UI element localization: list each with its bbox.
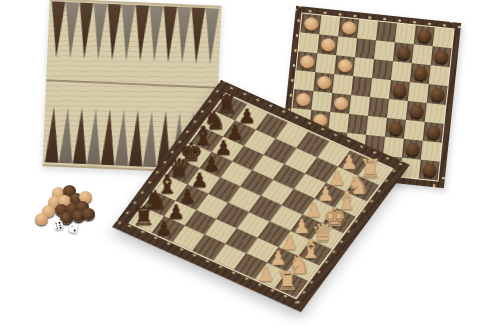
chess-piece-black-rook: ♜ <box>132 203 155 229</box>
die-showing-6 <box>53 220 64 231</box>
die-showing-2 <box>68 223 79 234</box>
checkers-square <box>425 103 446 124</box>
checkers-square <box>387 99 408 120</box>
dark-checker-piece <box>392 83 407 97</box>
backgammon-point-taupe <box>87 108 103 165</box>
dark-checker-piece <box>429 87 444 101</box>
checkers-square <box>374 40 395 61</box>
checkers-square <box>408 82 429 103</box>
checkers-square <box>429 65 450 86</box>
backgammon-point-brown <box>161 6 177 63</box>
checkers-square <box>334 55 355 76</box>
checkers-square <box>298 32 319 53</box>
backgammon-point-taupe <box>147 6 163 63</box>
dark-checker-piece <box>426 125 441 139</box>
checkers-square <box>385 118 406 139</box>
checkers-square <box>317 34 338 55</box>
checkers-square <box>330 93 351 114</box>
checkers-square <box>338 17 359 38</box>
checkers-square <box>433 27 454 48</box>
checkers-square <box>294 70 315 91</box>
checkers-square <box>393 42 414 63</box>
checkers-square <box>389 80 410 101</box>
light-checker-piece <box>333 96 348 110</box>
light-checker-piece <box>299 55 314 69</box>
backgammon-point-taupe <box>142 111 158 168</box>
dark-checker-piece <box>388 121 403 135</box>
checkers-square <box>372 59 393 80</box>
light-checker-piece <box>341 21 356 35</box>
dark-checker-piece <box>433 50 448 64</box>
dark-checker-piece <box>396 46 411 60</box>
backgammon-fold-seam <box>46 79 218 89</box>
checkers-square <box>300 13 321 34</box>
checkers-square <box>347 114 368 135</box>
backgammon-point-brown <box>101 109 117 166</box>
checkers-square <box>311 91 332 112</box>
checkers-square <box>296 51 317 72</box>
backgammon-point-brown <box>133 5 149 62</box>
checkers-square <box>421 141 442 162</box>
checkers-square <box>353 57 374 78</box>
checkers-square <box>313 72 334 93</box>
checkers-square <box>406 101 427 122</box>
checkers-square <box>414 25 435 46</box>
checkers-square <box>292 89 313 110</box>
checkers-square <box>336 36 357 57</box>
checkers-square <box>366 116 387 137</box>
dark-checker-piece <box>405 142 420 156</box>
checkers-square <box>357 19 378 40</box>
checkers-square <box>315 53 336 74</box>
light-checker-piece <box>337 58 352 72</box>
chess-piece-white-pawn: ♟ <box>257 264 275 284</box>
dark-checker-piece <box>409 104 424 118</box>
die-pip <box>56 227 58 229</box>
backgammon-point-taupe <box>175 7 191 64</box>
die-pip <box>74 230 76 232</box>
checkers-square <box>319 15 340 36</box>
backgammon-point-taupe <box>115 109 131 166</box>
die-pip <box>60 226 62 228</box>
checkers-square <box>404 120 425 141</box>
dark-checker-piece <box>417 29 432 43</box>
chess-piece-black-pawn: ♟ <box>155 218 173 238</box>
checkers-square <box>349 95 370 116</box>
backgammon-point-taupe <box>203 8 219 65</box>
backgammon-point-brown <box>189 8 205 65</box>
chess-piece-white-rook: ♜ <box>276 268 299 294</box>
dark-checker-piece <box>422 163 437 177</box>
light-checker-piece <box>295 92 310 106</box>
backgammon-point-brown <box>49 1 65 58</box>
backgammon-point-taupe <box>59 107 75 164</box>
checkers-square <box>410 63 431 84</box>
backgammon-point-brown <box>77 3 93 60</box>
backgammon-point-brown <box>73 108 89 165</box>
backgammon-point-taupe <box>63 2 79 59</box>
checkers-square <box>427 84 448 105</box>
checkers-square <box>391 61 412 82</box>
checkers-square <box>368 97 389 118</box>
light-checker-loose <box>35 213 48 225</box>
checkers-square <box>376 21 397 42</box>
backgammon-point-taupe <box>91 3 107 60</box>
dark-checker-loose <box>82 208 95 220</box>
die-pip <box>71 225 73 227</box>
checkers-square <box>351 76 372 97</box>
light-checker-piece <box>320 38 335 52</box>
loose-pieces-tray <box>18 180 128 242</box>
backgammon-point-brown <box>129 110 145 167</box>
backgammon-point-brown <box>45 106 61 163</box>
backgammon-point-taupe <box>119 4 135 61</box>
checkers-square <box>395 23 416 44</box>
checkers-square <box>419 160 440 181</box>
light-checker-piece <box>316 75 331 89</box>
dark-checker-piece <box>413 66 428 80</box>
backgammon-top-points <box>49 1 219 64</box>
checkers-square <box>431 46 452 67</box>
checkers-square <box>332 74 353 95</box>
checkers-square <box>402 139 423 160</box>
light-checker-piece <box>303 17 318 31</box>
backgammon-point-brown <box>105 4 121 61</box>
product-photo-scene: ♜♟♟♜♞♟♟♞♝♟♟♝♚♟♟♚♛♟♟♛♝♟♟♝♞♟♟♞♜♟♟♜ <box>0 0 500 333</box>
checkers-square <box>423 122 444 143</box>
checkers-square <box>412 44 433 65</box>
checkers-square <box>355 38 376 59</box>
checkers-square <box>370 78 391 99</box>
